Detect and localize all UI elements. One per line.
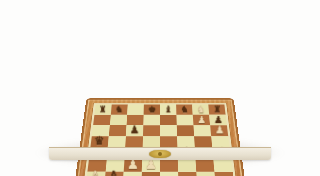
- square-f6[interactable]: [177, 125, 194, 136]
- square-e2[interactable]: [160, 172, 179, 176]
- square-g2[interactable]: [196, 172, 215, 176]
- square-f3[interactable]: [178, 159, 197, 171]
- piece-black-pawn-c6[interactable]: ♟: [120, 125, 148, 136]
- piece-black-bishop-b2[interactable]: ♝: [98, 169, 129, 176]
- square-c5[interactable]: [125, 136, 143, 147]
- square-e7[interactable]: [160, 115, 177, 126]
- chess-board: ♜♞♚♝♞♞♜♟♟♟♟♛♟♛♟♝♟♟♝♝♚♞♜: [84, 105, 236, 176]
- square-d3[interactable]: ♟: [142, 159, 160, 171]
- board-frame: ♜♞♚♝♞♞♜♟♟♟♟♛♟♛♟♝♟♟♝♝♚♞♜: [74, 100, 246, 176]
- square-d7[interactable]: [143, 115, 160, 126]
- square-d2[interactable]: [141, 172, 160, 176]
- square-b8[interactable]: ♞: [111, 105, 128, 115]
- square-g3[interactable]: [196, 159, 215, 171]
- square-f2[interactable]: [178, 172, 197, 176]
- brass-latch-icon: [149, 150, 171, 158]
- square-b7[interactable]: [110, 115, 127, 126]
- square-h2[interactable]: [214, 172, 234, 176]
- square-e6[interactable]: [160, 125, 177, 136]
- square-c6[interactable]: ♟: [126, 125, 143, 136]
- piece-black-rook-h8[interactable]: ♜: [204, 105, 231, 114]
- square-b2[interactable]: ♝: [104, 172, 123, 176]
- piece-white-pawn-h6[interactable]: ♟: [205, 125, 233, 136]
- square-h6[interactable]: ♟: [210, 125, 228, 136]
- chess-set-photo: ♜♞♚♝♞♞♜♟♟♟♟♛♟♛♟♝♟♟♝♝♚♞♜: [0, 0, 320, 176]
- piece-black-knight-b8[interactable]: ♞: [105, 105, 132, 114]
- square-h3[interactable]: [213, 159, 232, 171]
- square-a7[interactable]: [93, 115, 111, 126]
